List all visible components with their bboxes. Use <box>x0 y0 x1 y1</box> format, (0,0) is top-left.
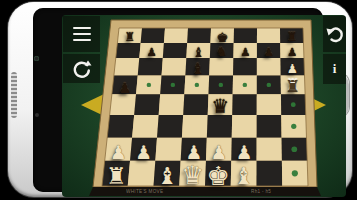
piece-black-pawn-b7[interactable]: ♟ <box>147 47 157 58</box>
hamburger-icon <box>73 27 91 30</box>
piece-white-pawn-e2[interactable]: ♟ <box>211 144 228 163</box>
piece-white-pawn-f2[interactable]: ♟ <box>236 144 253 163</box>
screen-bezel: ♜♚♜♟♝♞♟♟♟♝♟♟♜♛♟♟♟♟♟♜♝♛♚♝ <box>33 8 323 192</box>
piece-black-bishop-d6[interactable]: ♝ <box>191 62 204 76</box>
piece-black-pawn-f7[interactable]: ♟ <box>240 47 250 58</box>
piece-white-rook-a1[interactable]: ♜ <box>106 165 127 188</box>
rotate-board-button[interactable] <box>63 54 100 83</box>
piece-black-bishop-d7[interactable]: ♝ <box>193 46 205 59</box>
phone-frame: ♜♚♜♟♝♞♟♟♟♝♟♟♜♛♟♟♟♟♟♜♝♛♚♝ <box>8 2 352 197</box>
piece-black-knight-e7[interactable]: ♞ <box>216 46 227 59</box>
piece-black-rook-h8[interactable]: ♜ <box>286 32 296 44</box>
piece-black-pawn-g7[interactable]: ♟ <box>264 47 274 58</box>
piece-black-pawn-a5[interactable]: ♟ <box>119 81 132 95</box>
menu-button[interactable] <box>63 16 100 52</box>
phone-mockup: ♜♚♜♟♝♞♟♟♟♝♟♟♜♛♟♟♟♟♟♜♝♛♚♝ <box>0 0 357 200</box>
piece-white-pawn-b2[interactable]: ♟ <box>135 144 152 163</box>
piece-white-rook-h5[interactable]: ♜ <box>286 79 301 95</box>
rotate-icon <box>71 58 93 80</box>
undo-arrow-icon <box>325 24 345 44</box>
speaker-grille-icon <box>11 72 17 118</box>
piece-black-queen-e4[interactable]: ♛ <box>211 97 229 117</box>
piece-black-pawn-h7[interactable]: ♟ <box>287 47 297 58</box>
info-button[interactable]: i <box>323 54 346 84</box>
piece-white-king-e1[interactable]: ♚ <box>207 163 230 189</box>
light-sensor-icon <box>35 113 39 117</box>
undo-button[interactable] <box>323 16 346 52</box>
piece-white-pawn-a2[interactable]: ♟ <box>110 144 127 163</box>
piece-white-bishop-c1[interactable]: ♝ <box>157 165 178 188</box>
piece-black-rook-a8[interactable]: ♜ <box>125 32 135 44</box>
piece-white-queen-d1[interactable]: ♛ <box>181 163 204 188</box>
piece-white-bishop-f1[interactable]: ♝ <box>233 165 254 188</box>
front-camera-icon <box>34 56 39 61</box>
info-icon: i <box>333 61 337 77</box>
piece-black-king-e8[interactable]: ♚ <box>216 31 228 44</box>
piece-white-pawn-h6[interactable]: ♟ <box>287 64 298 76</box>
app-screen: ♜♚♜♟♝♞♟♟♟♝♟♟♜♛♟♟♟♟♟♜♝♛♚♝ <box>62 15 346 197</box>
